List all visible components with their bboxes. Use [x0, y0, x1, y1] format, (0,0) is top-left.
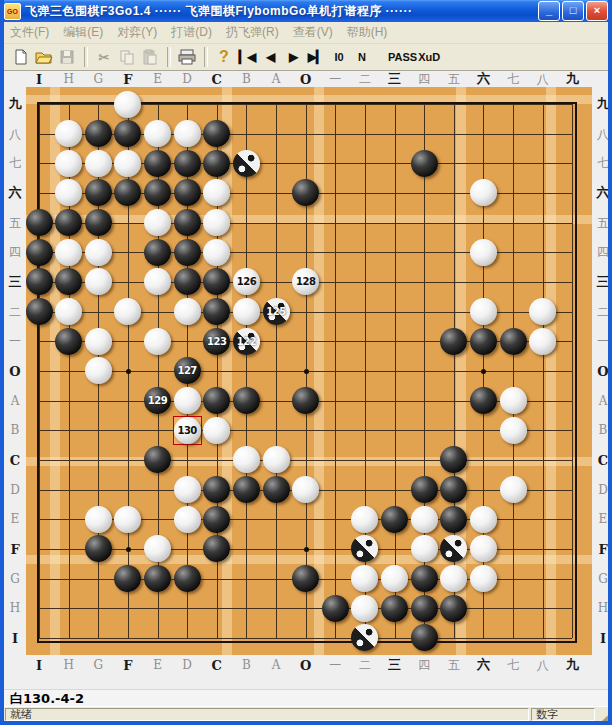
cut-icon: ✂	[93, 46, 115, 68]
col-label-top: 三	[388, 70, 401, 88]
row-label-right: A	[599, 394, 608, 408]
menu-bar: 文件(F)编辑(E)对弈(Y)打谱(D)扔飞弹(R)查看(V)帮助(H)	[4, 22, 608, 44]
row-label-right: C	[598, 452, 608, 467]
white-stone	[85, 268, 112, 295]
black-stone	[85, 535, 112, 562]
title-bar[interactable]: GO 飞弹三色围棋F3Go1.4 ······ 飞弹围棋FlybombGo单机打…	[0, 0, 612, 22]
col-label-bottom: C	[212, 658, 222, 673]
black-stone	[26, 268, 53, 295]
white-stone	[55, 150, 82, 177]
black-stone	[203, 150, 230, 177]
black-stone	[85, 120, 112, 147]
col-label-bottom: 一	[329, 657, 341, 674]
col-label-bottom: B	[242, 658, 251, 672]
black-stone	[381, 506, 408, 533]
status-ready: 就绪	[5, 708, 529, 721]
col-label-top: 六	[477, 70, 490, 88]
black-stone	[174, 209, 201, 236]
move-info-line: 白130.-4-2	[4, 689, 608, 707]
col-label-top: C	[212, 72, 222, 87]
white-stone	[500, 417, 527, 444]
row-label-right: D	[598, 483, 608, 497]
black-stone	[411, 565, 438, 592]
row-label-right: B	[599, 423, 608, 437]
xud-icon[interactable]: XuD	[418, 46, 440, 68]
col-label-top: D	[182, 72, 192, 86]
maximize-button[interactable]: □	[562, 1, 584, 21]
black-stone	[174, 179, 201, 206]
white-stone	[85, 506, 112, 533]
goto-move-icon[interactable]: I0	[328, 46, 350, 68]
col-label-top: 五	[448, 71, 460, 88]
star-point	[304, 547, 309, 552]
col-label-bottom: 三	[388, 656, 401, 674]
row-label-right: 四	[597, 244, 609, 261]
row-label-right: G	[598, 572, 608, 586]
number-display-icon[interactable]: N	[351, 46, 373, 68]
menu-item-2[interactable]: 对弈(Y)	[117, 24, 157, 41]
col-label-bottom: H	[63, 658, 73, 672]
goban[interactable]: 122123125126127128129130	[26, 87, 592, 655]
white-stone	[203, 239, 230, 266]
white-stone	[470, 239, 497, 266]
row-label-left: B	[11, 423, 20, 437]
row-label-left: E	[11, 512, 20, 526]
row-label-left: 八	[9, 125, 21, 142]
black-stone	[55, 328, 82, 355]
col-label-bottom: I	[36, 658, 42, 673]
white-stone	[470, 298, 497, 325]
resize-grip[interactable]: ◢	[596, 707, 608, 722]
star-point	[126, 547, 131, 552]
board-zone: 122123125126127128129130 IIHHGGFFEEDDCCB…	[4, 71, 608, 689]
black-stone	[85, 209, 112, 236]
white-stone	[411, 506, 438, 533]
menu-item-3[interactable]: 打谱(D)	[171, 24, 212, 41]
col-label-bottom: 五	[448, 657, 460, 674]
black-stone	[500, 328, 527, 355]
black-stone	[411, 476, 438, 503]
save-file-icon	[56, 46, 78, 68]
status-display-mode: 数字	[531, 708, 595, 721]
row-label-right: O	[597, 363, 608, 378]
black-stone	[411, 595, 438, 622]
white-stone	[351, 506, 378, 533]
taiji-stone	[351, 624, 378, 651]
toolbar: ✂?▎◀◀▶▶▎I0NPASSXuD	[4, 44, 608, 71]
row-label-left: I	[12, 630, 18, 645]
row-label-right: F	[598, 541, 607, 556]
black-stone	[440, 595, 467, 622]
help-icon[interactable]: ?	[213, 46, 235, 68]
col-label-top: G	[93, 72, 103, 86]
app-window: GO 飞弹三色围棋F3Go1.4 ······ 飞弹围棋FlybombGo单机打…	[0, 0, 612, 725]
paste-icon	[139, 46, 161, 68]
move-number-122: 122	[233, 328, 260, 355]
black-stone	[263, 476, 290, 503]
star-point	[126, 369, 131, 374]
black-stone	[26, 298, 53, 325]
white-stone	[85, 150, 112, 177]
window-title: 飞弹三色围棋F3Go1.4 ······ 飞弹围棋FlybombGo单机打谱程序…	[25, 3, 538, 20]
minimize-button[interactable]: _	[538, 1, 560, 21]
app-icon: GO	[4, 3, 21, 20]
white-stone	[500, 387, 527, 414]
pass-icon[interactable]: PASS	[388, 46, 417, 68]
row-label-left: F	[10, 541, 19, 556]
row-label-left: 五	[9, 214, 21, 231]
row-label-left: 六	[9, 184, 22, 202]
black-stone	[381, 595, 408, 622]
col-label-bottom: G	[93, 658, 103, 672]
col-label-bottom: E	[153, 658, 162, 672]
black-stone	[26, 239, 53, 266]
black-stone	[411, 150, 438, 177]
col-label-top: 八	[537, 71, 549, 88]
black-stone	[144, 239, 171, 266]
col-label-top: F	[123, 72, 132, 87]
black-stone	[233, 387, 260, 414]
col-label-bottom: 二	[359, 657, 371, 674]
row-label-left: C	[10, 452, 20, 467]
white-stone	[144, 120, 171, 147]
black-stone	[144, 150, 171, 177]
move-number-126: 126	[233, 268, 260, 295]
move-number-130: 130	[174, 417, 201, 444]
black-stone	[470, 328, 497, 355]
col-label-bottom: F	[123, 658, 132, 673]
row-label-left: O	[9, 363, 20, 378]
row-label-left: A	[11, 394, 20, 408]
move-number-123: 123	[203, 328, 230, 355]
white-stone	[85, 239, 112, 266]
toolbar-separator	[204, 47, 208, 67]
white-stone	[85, 328, 112, 355]
move-number-129: 129	[144, 387, 171, 414]
black-stone	[440, 328, 467, 355]
close-button[interactable]: ×	[586, 1, 608, 21]
white-stone	[144, 328, 171, 355]
col-label-bottom: 七	[507, 657, 519, 674]
row-label-left: 二	[9, 303, 21, 320]
menu-item-0[interactable]: 文件(F)	[10, 24, 49, 41]
row-label-left: D	[10, 483, 20, 497]
white-stone	[85, 357, 112, 384]
black-stone	[174, 239, 201, 266]
col-label-top: H	[63, 72, 73, 86]
col-label-top: 七	[507, 71, 519, 88]
copy-icon	[116, 46, 138, 68]
row-label-right: 八	[597, 125, 609, 142]
white-stone	[174, 298, 201, 325]
col-label-top: 一	[329, 71, 341, 88]
white-stone	[470, 506, 497, 533]
star-point	[304, 369, 309, 374]
taiji-stone	[233, 150, 260, 177]
col-label-top: E	[153, 72, 162, 86]
col-label-bottom: D	[182, 658, 192, 672]
black-stone	[174, 150, 201, 177]
black-stone	[411, 624, 438, 651]
white-stone	[174, 476, 201, 503]
white-stone	[114, 150, 141, 177]
white-stone	[233, 298, 260, 325]
col-label-bottom: 八	[537, 657, 549, 674]
col-label-top: A	[272, 72, 281, 86]
white-stone	[174, 120, 201, 147]
black-stone	[174, 565, 201, 592]
menu-item-5[interactable]: 查看(V)	[293, 24, 333, 41]
menu-item-6[interactable]: 帮助(H)	[347, 24, 388, 41]
status-bar: 就绪 数字 ◢	[4, 706, 608, 722]
go-start-icon[interactable]: ▎◀	[236, 46, 258, 68]
black-stone	[292, 565, 319, 592]
go-end-icon[interactable]: ▶▎	[305, 46, 327, 68]
white-stone	[174, 506, 201, 533]
black-stone	[322, 595, 349, 622]
col-label-top: 二	[359, 71, 371, 88]
white-stone	[470, 565, 497, 592]
move-number-127: 127	[174, 357, 201, 384]
open-file-icon[interactable]	[33, 46, 55, 68]
white-stone	[114, 91, 141, 118]
col-label-bottom: 四	[418, 657, 430, 674]
col-label-top: 四	[418, 71, 430, 88]
black-stone	[203, 506, 230, 533]
row-label-left: 三	[9, 273, 22, 291]
black-stone	[233, 476, 260, 503]
row-label-right: 三	[597, 273, 610, 291]
white-stone	[203, 417, 230, 444]
new-file-icon[interactable]	[10, 46, 32, 68]
row-label-right: 九	[597, 95, 610, 113]
white-stone	[411, 535, 438, 562]
black-stone	[174, 268, 201, 295]
white-stone	[351, 595, 378, 622]
white-stone	[174, 387, 201, 414]
row-label-left: G	[10, 572, 20, 586]
col-label-bottom: 六	[477, 656, 490, 674]
row-label-left: 一	[9, 333, 21, 350]
menu-item-4[interactable]: 扔飞弹(R)	[226, 24, 279, 41]
col-label-bottom: A	[272, 658, 281, 672]
col-label-top: B	[242, 72, 251, 86]
row-label-right: 五	[597, 214, 609, 231]
row-label-left: 九	[9, 95, 22, 113]
step-forward-icon[interactable]: ▶	[282, 46, 304, 68]
white-stone	[114, 506, 141, 533]
col-label-top: O	[300, 72, 311, 87]
row-label-right: I	[600, 630, 606, 645]
row-label-right: H	[598, 601, 608, 615]
row-label-left: 四	[9, 244, 21, 261]
black-stone	[470, 387, 497, 414]
row-label-left: 七	[9, 155, 21, 172]
col-label-top: 九	[566, 70, 579, 88]
white-stone	[55, 239, 82, 266]
white-stone	[381, 565, 408, 592]
black-stone	[144, 565, 171, 592]
row-label-right: 七	[597, 155, 609, 172]
black-stone	[26, 209, 53, 236]
col-label-bottom: 九	[566, 656, 579, 674]
row-label-right: 二	[597, 303, 609, 320]
toolbar-separator	[84, 47, 88, 67]
row-label-right: 一	[597, 333, 609, 350]
row-label-left: H	[10, 601, 20, 615]
move-number-125: 125	[263, 298, 290, 325]
step-back-icon[interactable]: ◀	[259, 46, 281, 68]
row-label-right: E	[599, 512, 608, 526]
print-icon[interactable]	[176, 46, 198, 68]
toolbar-separator	[167, 47, 171, 67]
col-label-bottom: O	[300, 658, 311, 673]
white-stone	[500, 476, 527, 503]
white-stone	[144, 209, 171, 236]
white-stone	[263, 446, 290, 473]
menu-item-1[interactable]: 编辑(E)	[63, 24, 103, 41]
row-label-right: 六	[597, 184, 610, 202]
move-number-128: 128	[292, 268, 319, 295]
current-move-text: 白130.-4-2	[4, 690, 84, 708]
col-label-top: I	[36, 72, 42, 87]
white-stone	[529, 328, 556, 355]
black-stone	[440, 506, 467, 533]
